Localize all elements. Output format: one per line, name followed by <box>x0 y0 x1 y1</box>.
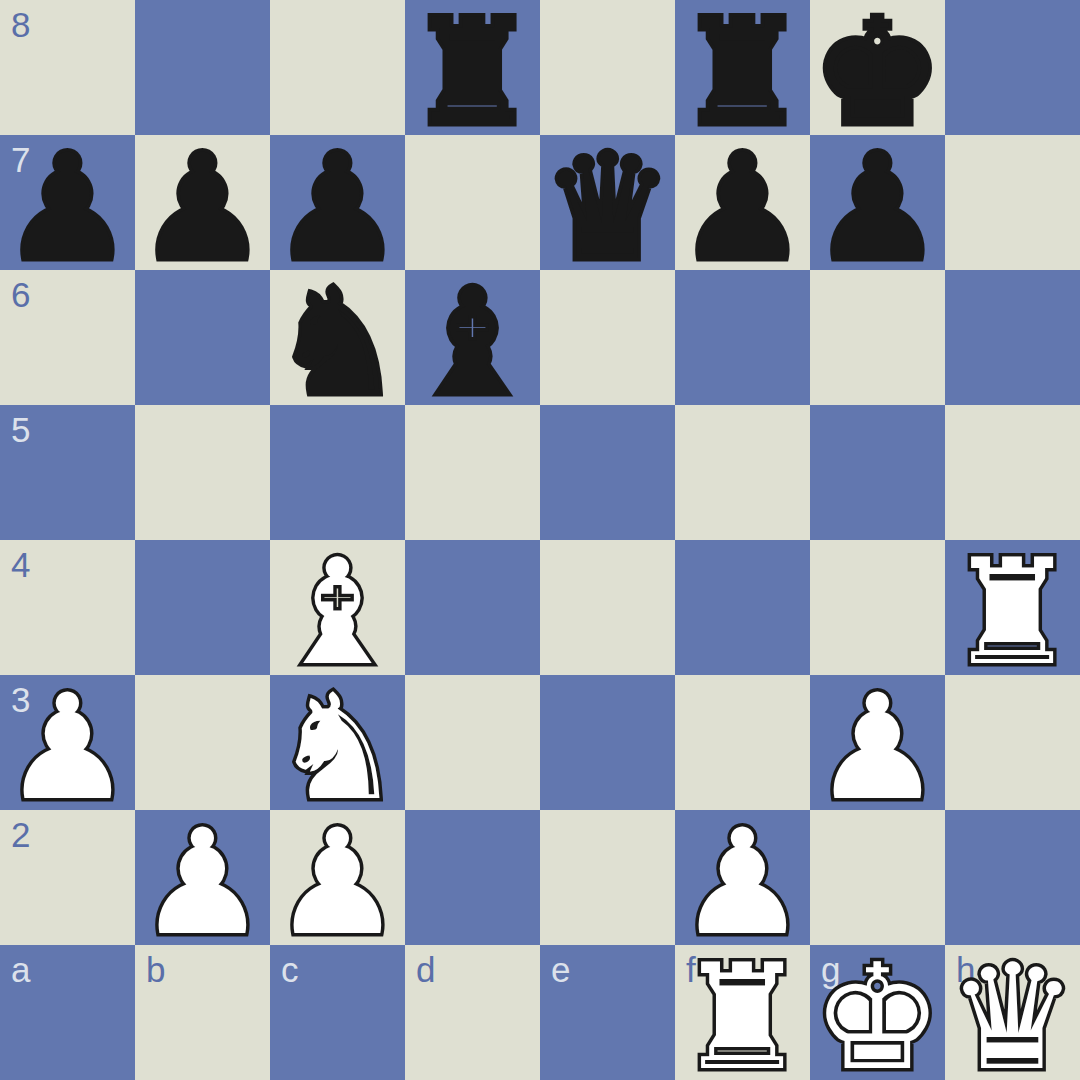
square-g1[interactable]: g♚♚ <box>810 945 945 1080</box>
piece-white-rook-h4[interactable]: ♜♜ <box>945 540 1080 675</box>
square-d6[interactable]: ♝♝ <box>405 270 540 405</box>
white-king-icon: ♚ <box>810 949 945 1080</box>
piece-black-pawn-a7[interactable]: ♟♟ <box>0 135 135 270</box>
square-e5[interactable] <box>540 405 675 540</box>
black-bishop-icon: ♝ <box>405 274 540 409</box>
black-pawn-icon: ♟ <box>810 139 945 274</box>
white-pawn-icon: ♟ <box>270 814 405 949</box>
white-queen-icon: ♛ <box>945 949 1080 1080</box>
white-rook-icon: ♜ <box>945 544 1080 679</box>
square-g7[interactable]: ♟♟ <box>810 135 945 270</box>
square-h8[interactable] <box>945 0 1080 135</box>
piece-black-queen-e7[interactable]: ♛♛ <box>540 135 675 270</box>
square-e6[interactable] <box>540 270 675 405</box>
square-a7[interactable]: 7♟♟ <box>0 135 135 270</box>
square-c8[interactable] <box>270 0 405 135</box>
piece-white-pawn-f2[interactable]: ♟♟ <box>675 810 810 945</box>
black-pawn-icon: ♟ <box>270 139 405 274</box>
square-h2[interactable] <box>945 810 1080 945</box>
square-h7[interactable] <box>945 135 1080 270</box>
square-d5[interactable] <box>405 405 540 540</box>
square-e1[interactable]: e <box>540 945 675 1080</box>
white-pawn-icon: ♟ <box>675 814 810 949</box>
square-h3[interactable] <box>945 675 1080 810</box>
square-f3[interactable] <box>675 675 810 810</box>
file-label-d: d <box>416 952 435 987</box>
piece-white-knight-c3[interactable]: ♞♞ <box>270 675 405 810</box>
rank-label-4: 4 <box>11 547 30 582</box>
square-g8[interactable]: ♚♚ <box>810 0 945 135</box>
piece-black-pawn-c7[interactable]: ♟♟ <box>270 135 405 270</box>
square-g6[interactable] <box>810 270 945 405</box>
square-c7[interactable]: ♟♟ <box>270 135 405 270</box>
file-label-e: e <box>551 952 570 987</box>
square-a5[interactable]: 5 <box>0 405 135 540</box>
black-queen-icon: ♛ <box>540 139 675 274</box>
black-rook-icon: ♜ <box>675 4 810 139</box>
chess-board: 8♜♜♜♜♚♚7♟♟♟♟♟♟♛♛♟♟♟♟6♞♞♝♝54♝♝♜♜3♟♟♞♞♟♟2♟… <box>0 0 1080 1080</box>
white-knight-icon: ♞ <box>270 679 405 814</box>
black-pawn-icon: ♟ <box>675 139 810 274</box>
square-a1[interactable]: a <box>0 945 135 1080</box>
white-pawn-icon: ♟ <box>135 814 270 949</box>
black-king-icon: ♚ <box>810 4 945 139</box>
rank-label-5: 5 <box>11 412 30 447</box>
square-d4[interactable] <box>405 540 540 675</box>
black-pawn-icon: ♟ <box>270 139 405 274</box>
black-bishop-icon: ♝ <box>405 274 540 409</box>
black-king-icon: ♚ <box>810 4 945 139</box>
white-bishop-icon: ♝ <box>270 544 405 679</box>
white-queen-icon: ♛ <box>945 949 1080 1080</box>
piece-black-pawn-f7[interactable]: ♟♟ <box>675 135 810 270</box>
white-bishop-icon: ♝ <box>270 544 405 679</box>
square-c4[interactable]: ♝♝ <box>270 540 405 675</box>
square-e3[interactable] <box>540 675 675 810</box>
square-b4[interactable] <box>135 540 270 675</box>
file-label-b: b <box>146 952 165 987</box>
white-pawn-icon: ♟ <box>810 679 945 814</box>
white-king-icon: ♚ <box>810 949 945 1080</box>
piece-white-pawn-b2[interactable]: ♟♟ <box>135 810 270 945</box>
square-b2[interactable]: ♟♟ <box>135 810 270 945</box>
square-f5[interactable] <box>675 405 810 540</box>
black-queen-icon: ♛ <box>540 139 675 274</box>
square-f7[interactable]: ♟♟ <box>675 135 810 270</box>
square-f1[interactable]: f♜♜ <box>675 945 810 1080</box>
piece-black-bishop-d6[interactable]: ♝♝ <box>405 270 540 405</box>
piece-white-rook-f1[interactable]: ♜♜ <box>675 945 810 1080</box>
black-pawn-icon: ♟ <box>135 139 270 274</box>
square-g3[interactable]: ♟♟ <box>810 675 945 810</box>
piece-black-pawn-b7[interactable]: ♟♟ <box>135 135 270 270</box>
piece-black-pawn-g7[interactable]: ♟♟ <box>810 135 945 270</box>
white-pawn-icon: ♟ <box>270 814 405 949</box>
square-a6[interactable]: 6 <box>0 270 135 405</box>
square-d2[interactable] <box>405 810 540 945</box>
black-rook-icon: ♜ <box>405 4 540 139</box>
rank-label-6: 6 <box>11 277 30 312</box>
square-e7[interactable]: ♛♛ <box>540 135 675 270</box>
black-pawn-icon: ♟ <box>0 139 135 274</box>
white-pawn-icon: ♟ <box>0 679 135 814</box>
rank-label-8: 8 <box>11 7 30 42</box>
piece-black-rook-f8[interactable]: ♜♜ <box>675 0 810 135</box>
square-f8[interactable]: ♜♜ <box>675 0 810 135</box>
square-h6[interactable] <box>945 270 1080 405</box>
square-b7[interactable]: ♟♟ <box>135 135 270 270</box>
black-rook-icon: ♜ <box>405 4 540 139</box>
square-h1[interactable]: h♛♛ <box>945 945 1080 1080</box>
white-rook-icon: ♜ <box>675 949 810 1080</box>
black-knight-icon: ♞ <box>270 274 405 409</box>
black-pawn-icon: ♟ <box>135 139 270 274</box>
piece-white-king-g1[interactable]: ♚♚ <box>810 945 945 1080</box>
square-c5[interactable] <box>270 405 405 540</box>
square-a4[interactable]: 4 <box>0 540 135 675</box>
square-b8[interactable] <box>135 0 270 135</box>
square-c3[interactable]: ♞♞ <box>270 675 405 810</box>
black-pawn-icon: ♟ <box>675 139 810 274</box>
file-label-a: a <box>11 952 30 987</box>
square-f6[interactable] <box>675 270 810 405</box>
square-a2[interactable]: 2 <box>0 810 135 945</box>
white-pawn-icon: ♟ <box>675 814 810 949</box>
piece-white-queen-h1[interactable]: ♛♛ <box>945 945 1080 1080</box>
square-e2[interactable] <box>540 810 675 945</box>
square-b3[interactable] <box>135 675 270 810</box>
square-g2[interactable] <box>810 810 945 945</box>
piece-white-bishop-c4[interactable]: ♝♝ <box>270 540 405 675</box>
file-label-c: c <box>281 952 299 987</box>
piece-white-pawn-a3[interactable]: ♟♟ <box>0 675 135 810</box>
square-a3[interactable]: 3♟♟ <box>0 675 135 810</box>
piece-black-king-g8[interactable]: ♚♚ <box>810 0 945 135</box>
square-f4[interactable] <box>675 540 810 675</box>
black-pawn-icon: ♟ <box>0 139 135 274</box>
square-d7[interactable] <box>405 135 540 270</box>
square-c1[interactable]: c <box>270 945 405 1080</box>
white-pawn-icon: ♟ <box>135 814 270 949</box>
square-d3[interactable] <box>405 675 540 810</box>
square-a8[interactable]: 8 <box>0 0 135 135</box>
square-g5[interactable] <box>810 405 945 540</box>
square-c2[interactable]: ♟♟ <box>270 810 405 945</box>
square-h5[interactable] <box>945 405 1080 540</box>
black-rook-icon: ♜ <box>675 4 810 139</box>
square-d1[interactable]: d <box>405 945 540 1080</box>
piece-white-pawn-g3[interactable]: ♟♟ <box>810 675 945 810</box>
square-b6[interactable] <box>135 270 270 405</box>
piece-black-knight-c6[interactable]: ♞♞ <box>270 270 405 405</box>
white-pawn-icon: ♟ <box>0 679 135 814</box>
square-f2[interactable]: ♟♟ <box>675 810 810 945</box>
piece-white-pawn-c2[interactable]: ♟♟ <box>270 810 405 945</box>
square-h4[interactable]: ♜♜ <box>945 540 1080 675</box>
white-knight-icon: ♞ <box>270 679 405 814</box>
square-e8[interactable] <box>540 0 675 135</box>
square-e4[interactable] <box>540 540 675 675</box>
black-knight-icon: ♞ <box>270 274 405 409</box>
rank-label-2: 2 <box>11 817 30 852</box>
piece-black-rook-d8[interactable]: ♜♜ <box>405 0 540 135</box>
square-b1[interactable]: b <box>135 945 270 1080</box>
white-pawn-icon: ♟ <box>810 679 945 814</box>
square-c6[interactable]: ♞♞ <box>270 270 405 405</box>
white-rook-icon: ♜ <box>945 544 1080 679</box>
white-rook-icon: ♜ <box>675 949 810 1080</box>
black-pawn-icon: ♟ <box>810 139 945 274</box>
square-d8[interactable]: ♜♜ <box>405 0 540 135</box>
square-g4[interactable] <box>810 540 945 675</box>
square-b5[interactable] <box>135 405 270 540</box>
